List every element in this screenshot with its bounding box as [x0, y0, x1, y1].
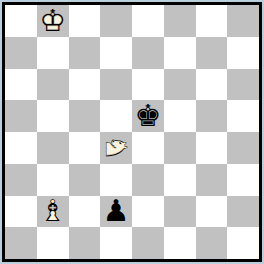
square-f7[interactable]: [164, 37, 196, 69]
square-b5[interactable]: [37, 100, 69, 132]
square-h4[interactable]: [227, 132, 259, 164]
white-king: ♚♔: [37, 5, 69, 37]
square-e1[interactable]: [132, 227, 164, 259]
black-king: ♚: [132, 100, 164, 132]
square-g6[interactable]: [196, 69, 228, 101]
square-a3[interactable]: [5, 164, 37, 196]
square-f4[interactable]: [164, 132, 196, 164]
square-g5[interactable]: [196, 100, 228, 132]
square-h7[interactable]: [227, 37, 259, 69]
square-h5[interactable]: [227, 100, 259, 132]
piece-glyph: ♚: [134, 101, 161, 131]
square-f1[interactable]: [164, 227, 196, 259]
square-g3[interactable]: [196, 164, 228, 196]
square-c5[interactable]: [69, 100, 101, 132]
square-d5[interactable]: [100, 100, 132, 132]
square-h6[interactable]: [227, 69, 259, 101]
square-d2[interactable]: ♟: [100, 196, 132, 228]
square-c1[interactable]: [69, 227, 101, 259]
square-b3[interactable]: [37, 164, 69, 196]
square-a7[interactable]: [5, 37, 37, 69]
square-d3[interactable]: [100, 164, 132, 196]
square-f6[interactable]: [164, 69, 196, 101]
white-bishop: ♝♗: [37, 196, 69, 228]
square-d8[interactable]: [100, 5, 132, 37]
square-c6[interactable]: [69, 69, 101, 101]
square-f8[interactable]: [164, 5, 196, 37]
square-a4[interactable]: [5, 132, 37, 164]
square-g2[interactable]: [196, 196, 228, 228]
square-b7[interactable]: [37, 37, 69, 69]
chessboard: ♚♔♚♞♘♝♗♟: [2, 2, 262, 262]
square-e8[interactable]: [132, 5, 164, 37]
square-a6[interactable]: [5, 69, 37, 101]
square-d6[interactable]: [100, 69, 132, 101]
square-b6[interactable]: [37, 69, 69, 101]
square-a1[interactable]: [5, 227, 37, 259]
square-g8[interactable]: [196, 5, 228, 37]
square-h3[interactable]: [227, 164, 259, 196]
square-h8[interactable]: [227, 5, 259, 37]
square-c4[interactable]: [69, 132, 101, 164]
square-b2[interactable]: ♝♗: [37, 196, 69, 228]
piece-glyph: ♟: [103, 196, 130, 226]
square-f3[interactable]: [164, 164, 196, 196]
square-e7[interactable]: [132, 37, 164, 69]
square-c2[interactable]: [69, 196, 101, 228]
square-e3[interactable]: [132, 164, 164, 196]
square-b1[interactable]: [37, 227, 69, 259]
square-c3[interactable]: [69, 164, 101, 196]
black-pawn: ♟: [100, 196, 132, 228]
square-g4[interactable]: [196, 132, 228, 164]
square-g7[interactable]: [196, 37, 228, 69]
board-margin: ♚♔♚♞♘♝♗♟: [0, 0, 264, 264]
square-d7[interactable]: [100, 37, 132, 69]
square-e5[interactable]: ♚: [132, 100, 164, 132]
square-e4[interactable]: [132, 132, 164, 164]
piece-glyph: ♘: [101, 134, 131, 161]
square-a5[interactable]: [5, 100, 37, 132]
piece-glyph: ♔: [39, 6, 66, 36]
square-h1[interactable]: [227, 227, 259, 259]
white-knight: ♞♘: [100, 132, 132, 164]
square-b8[interactable]: ♚♔: [37, 5, 69, 37]
square-e2[interactable]: [132, 196, 164, 228]
square-c7[interactable]: [69, 37, 101, 69]
square-c8[interactable]: [69, 5, 101, 37]
piece-glyph: ♗: [39, 196, 66, 226]
square-a2[interactable]: [5, 196, 37, 228]
square-f5[interactable]: [164, 100, 196, 132]
square-b4[interactable]: [37, 132, 69, 164]
square-d4[interactable]: ♞♘: [100, 132, 132, 164]
square-e6[interactable]: [132, 69, 164, 101]
square-d1[interactable]: [100, 227, 132, 259]
square-a8[interactable]: [5, 5, 37, 37]
square-h2[interactable]: [227, 196, 259, 228]
square-g1[interactable]: [196, 227, 228, 259]
square-f2[interactable]: [164, 196, 196, 228]
